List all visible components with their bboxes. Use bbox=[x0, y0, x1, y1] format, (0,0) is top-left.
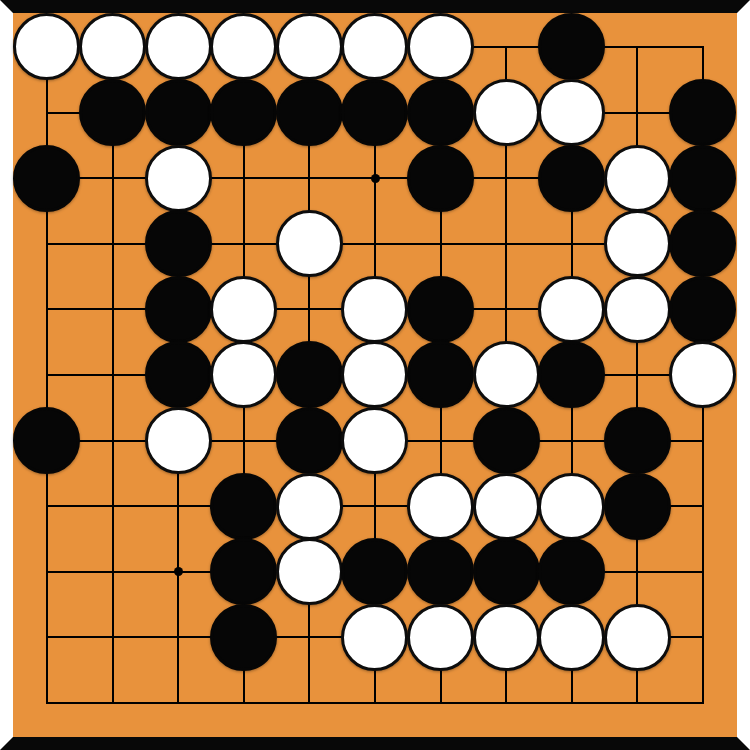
intersection[interactable] bbox=[80, 342, 146, 408]
intersection[interactable] bbox=[80, 145, 146, 211]
white-stone: ○ bbox=[538, 604, 605, 671]
white-stone: ○ bbox=[145, 13, 212, 80]
intersection[interactable]: ● bbox=[605, 408, 671, 474]
white-stone: ○ bbox=[210, 13, 277, 80]
intersection[interactable]: ○ bbox=[408, 473, 474, 539]
intersection[interactable]: ○ bbox=[14, 14, 80, 80]
intersection[interactable]: ● bbox=[145, 211, 211, 277]
intersection[interactable] bbox=[670, 670, 736, 736]
intersection[interactable]: ○ bbox=[605, 277, 671, 343]
white-stone: ○ bbox=[604, 276, 671, 343]
intersection[interactable] bbox=[80, 670, 146, 736]
white-stone: ○ bbox=[604, 210, 671, 277]
white-stone: ○ bbox=[13, 13, 80, 80]
intersection[interactable] bbox=[145, 473, 211, 539]
intersection[interactable]: ○ bbox=[277, 473, 343, 539]
board-edge-bottom bbox=[0, 737, 750, 750]
intersection[interactable]: ● bbox=[342, 80, 408, 146]
intersection[interactable]: ○ bbox=[342, 277, 408, 343]
intersection[interactable] bbox=[473, 14, 539, 80]
intersection[interactable] bbox=[14, 605, 80, 671]
intersection[interactable]: ● bbox=[408, 145, 474, 211]
intersection[interactable] bbox=[80, 211, 146, 277]
intersection[interactable]: ○ bbox=[342, 408, 408, 474]
intersection[interactable] bbox=[211, 408, 277, 474]
intersection[interactable]: ○ bbox=[277, 211, 343, 277]
intersection[interactable] bbox=[605, 539, 671, 605]
white-stone: ○ bbox=[276, 538, 343, 605]
intersection[interactable]: ○ bbox=[605, 211, 671, 277]
white-stone: ○ bbox=[145, 407, 212, 474]
intersection[interactable]: ○ bbox=[211, 342, 277, 408]
intersection[interactable] bbox=[277, 145, 343, 211]
intersection[interactable] bbox=[211, 670, 277, 736]
white-stone: ○ bbox=[210, 276, 277, 343]
intersection[interactable]: ● bbox=[211, 80, 277, 146]
black-stone: ● bbox=[669, 145, 736, 212]
intersection[interactable]: ○ bbox=[539, 277, 605, 343]
intersection[interactable] bbox=[80, 473, 146, 539]
black-stone: ● bbox=[276, 79, 343, 146]
intersection[interactable] bbox=[408, 211, 474, 277]
intersection[interactable]: ○ bbox=[277, 14, 343, 80]
intersection[interactable]: ● bbox=[670, 211, 736, 277]
white-stone: ○ bbox=[473, 604, 540, 671]
intersection[interactable]: ● bbox=[277, 80, 343, 146]
black-stone: ● bbox=[538, 13, 605, 80]
intersection[interactable] bbox=[670, 14, 736, 80]
black-stone: ● bbox=[79, 79, 146, 146]
black-stone: ● bbox=[407, 145, 474, 212]
white-stone: ○ bbox=[276, 13, 343, 80]
intersection[interactable]: ● bbox=[145, 80, 211, 146]
intersection[interactable]: ○ bbox=[473, 80, 539, 146]
intersection[interactable] bbox=[14, 342, 80, 408]
black-stone: ● bbox=[145, 210, 212, 277]
black-stone: ● bbox=[210, 538, 277, 605]
black-stone: ● bbox=[473, 407, 540, 474]
intersection[interactable] bbox=[670, 473, 736, 539]
black-stone: ● bbox=[341, 79, 408, 146]
intersection[interactable] bbox=[670, 605, 736, 671]
white-stone: ○ bbox=[604, 145, 671, 212]
black-stone: ● bbox=[210, 473, 277, 540]
white-stone: ○ bbox=[341, 407, 408, 474]
intersection[interactable]: ○ bbox=[539, 473, 605, 539]
intersection[interactable] bbox=[342, 473, 408, 539]
white-stone: ○ bbox=[473, 473, 540, 540]
intersection[interactable] bbox=[670, 408, 736, 474]
intersection[interactable] bbox=[14, 277, 80, 343]
intersection[interactable] bbox=[80, 277, 146, 343]
black-stone: ● bbox=[407, 341, 474, 408]
black-stone: ● bbox=[669, 79, 736, 146]
intersection[interactable] bbox=[14, 539, 80, 605]
intersection[interactable]: ● bbox=[342, 539, 408, 605]
intersection[interactable]: ● bbox=[473, 539, 539, 605]
intersection[interactable] bbox=[145, 605, 211, 671]
white-stone: ○ bbox=[79, 13, 146, 80]
white-stone: ○ bbox=[473, 79, 540, 146]
intersection[interactable] bbox=[605, 342, 671, 408]
white-stone: ○ bbox=[341, 341, 408, 408]
intersection[interactable]: ● bbox=[80, 80, 146, 146]
black-stone: ● bbox=[604, 407, 671, 474]
intersection[interactable]: ● bbox=[670, 277, 736, 343]
intersection[interactable]: ● bbox=[145, 342, 211, 408]
intersection[interactable] bbox=[342, 211, 408, 277]
intersection[interactable]: ● bbox=[670, 145, 736, 211]
black-stone: ● bbox=[669, 210, 736, 277]
intersection[interactable] bbox=[473, 211, 539, 277]
intersection[interactable] bbox=[539, 408, 605, 474]
white-stone: ○ bbox=[473, 341, 540, 408]
white-stone: ○ bbox=[538, 79, 605, 146]
intersection[interactable]: ● bbox=[539, 14, 605, 80]
intersection[interactable]: ● bbox=[145, 277, 211, 343]
intersection[interactable]: ○ bbox=[80, 14, 146, 80]
black-stone: ● bbox=[276, 341, 343, 408]
white-stone: ○ bbox=[669, 341, 736, 408]
black-stone: ● bbox=[604, 473, 671, 540]
intersection[interactable] bbox=[342, 145, 408, 211]
intersection[interactable]: ● bbox=[211, 539, 277, 605]
white-stone: ○ bbox=[407, 13, 474, 80]
intersection[interactable]: ● bbox=[211, 605, 277, 671]
intersection[interactable]: ● bbox=[408, 277, 474, 343]
intersection[interactable]: ○ bbox=[342, 14, 408, 80]
intersection[interactable] bbox=[14, 211, 80, 277]
intersection[interactable] bbox=[539, 670, 605, 736]
intersection[interactable]: ○ bbox=[670, 342, 736, 408]
intersection[interactable] bbox=[408, 670, 474, 736]
intersection[interactable]: ● bbox=[14, 408, 80, 474]
intersection[interactable] bbox=[473, 145, 539, 211]
intersection[interactable]: ● bbox=[539, 539, 605, 605]
intersection[interactable]: ○ bbox=[145, 408, 211, 474]
white-stone: ○ bbox=[538, 473, 605, 540]
white-stone: ○ bbox=[538, 276, 605, 343]
intersection[interactable] bbox=[80, 408, 146, 474]
intersection[interactable] bbox=[473, 670, 539, 736]
white-stone: ○ bbox=[276, 210, 343, 277]
intersection[interactable]: ○ bbox=[605, 145, 671, 211]
intersection[interactable] bbox=[473, 277, 539, 343]
black-stone: ● bbox=[145, 79, 212, 146]
black-stone: ● bbox=[210, 79, 277, 146]
intersection[interactable] bbox=[14, 80, 80, 146]
intersection[interactable]: ○ bbox=[145, 145, 211, 211]
black-stone: ● bbox=[473, 538, 540, 605]
black-stone: ● bbox=[669, 276, 736, 343]
intersection[interactable]: ● bbox=[277, 342, 343, 408]
white-stone: ○ bbox=[604, 604, 671, 671]
white-stone: ○ bbox=[407, 604, 474, 671]
intersection[interactable] bbox=[211, 211, 277, 277]
intersection[interactable]: ○ bbox=[342, 342, 408, 408]
intersection[interactable] bbox=[670, 539, 736, 605]
intersection[interactable] bbox=[14, 473, 80, 539]
intersection[interactable]: ○ bbox=[473, 342, 539, 408]
white-stone: ○ bbox=[341, 604, 408, 671]
goban-grid: ○○○○○○○●●●●●●●○○●●○●●○●●○○●●○○●○○●●○●○●○… bbox=[14, 14, 736, 736]
intersection[interactable]: ○ bbox=[408, 605, 474, 671]
black-stone: ● bbox=[210, 604, 277, 671]
intersection[interactable]: ● bbox=[539, 145, 605, 211]
white-stone: ○ bbox=[341, 276, 408, 343]
intersection[interactable]: ○ bbox=[473, 473, 539, 539]
intersection[interactable]: ● bbox=[408, 539, 474, 605]
intersection[interactable]: ○ bbox=[342, 605, 408, 671]
intersection[interactable]: ○ bbox=[145, 14, 211, 80]
go-app-screen: ○○○○○○○●●●●●●●○○●●○●●○●●○○●●○○●○○●●○●○●○… bbox=[0, 0, 750, 750]
black-stone: ● bbox=[145, 276, 212, 343]
black-stone: ● bbox=[13, 145, 80, 212]
intersection[interactable] bbox=[277, 277, 343, 343]
white-stone: ○ bbox=[210, 341, 277, 408]
intersection[interactable] bbox=[80, 605, 146, 671]
intersection[interactable] bbox=[277, 605, 343, 671]
intersection[interactable]: ● bbox=[473, 408, 539, 474]
intersection[interactable]: ● bbox=[605, 473, 671, 539]
intersection[interactable]: ● bbox=[14, 145, 80, 211]
intersection[interactable]: ○ bbox=[539, 80, 605, 146]
black-stone: ● bbox=[407, 79, 474, 146]
intersection[interactable]: ○ bbox=[539, 605, 605, 671]
intersection[interactable] bbox=[80, 539, 146, 605]
intersection[interactable]: ● bbox=[277, 408, 343, 474]
black-stone: ● bbox=[538, 145, 605, 212]
white-stone: ○ bbox=[145, 145, 212, 212]
white-stone: ○ bbox=[407, 473, 474, 540]
intersection[interactable]: ● bbox=[211, 473, 277, 539]
intersection[interactable] bbox=[14, 670, 80, 736]
black-stone: ● bbox=[13, 407, 80, 474]
intersection[interactable]: ○ bbox=[277, 539, 343, 605]
intersection[interactable]: ○ bbox=[473, 605, 539, 671]
intersection[interactable]: ○ bbox=[211, 14, 277, 80]
board-edge-top bbox=[0, 0, 750, 13]
intersection[interactable] bbox=[408, 408, 474, 474]
intersection[interactable] bbox=[342, 670, 408, 736]
black-stone: ● bbox=[407, 538, 474, 605]
intersection[interactable] bbox=[605, 80, 671, 146]
intersection[interactable] bbox=[145, 539, 211, 605]
intersection[interactable]: ○ bbox=[211, 277, 277, 343]
black-stone: ● bbox=[276, 407, 343, 474]
intersection[interactable] bbox=[605, 670, 671, 736]
intersection[interactable]: ● bbox=[408, 80, 474, 146]
intersection[interactable] bbox=[605, 14, 671, 80]
intersection[interactable]: ● bbox=[408, 342, 474, 408]
intersection[interactable] bbox=[211, 145, 277, 211]
black-stone: ● bbox=[538, 341, 605, 408]
black-stone: ● bbox=[341, 538, 408, 605]
intersection[interactable] bbox=[145, 670, 211, 736]
white-stone: ○ bbox=[341, 13, 408, 80]
intersection[interactable] bbox=[277, 670, 343, 736]
intersection[interactable]: ● bbox=[539, 342, 605, 408]
black-stone: ● bbox=[145, 341, 212, 408]
intersection[interactable] bbox=[539, 211, 605, 277]
black-stone: ● bbox=[538, 538, 605, 605]
intersection[interactable]: ○ bbox=[408, 14, 474, 80]
black-stone: ● bbox=[407, 276, 474, 343]
intersection[interactable]: ○ bbox=[605, 605, 671, 671]
white-stone: ○ bbox=[276, 473, 343, 540]
intersection[interactable]: ● bbox=[670, 80, 736, 146]
